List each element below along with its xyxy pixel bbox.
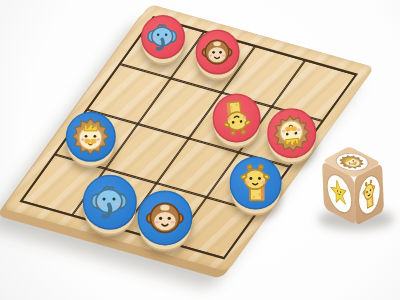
piece-blue-lion[interactable] [65, 112, 115, 162]
animal-die[interactable] [322, 146, 392, 231]
piece-red-elephant[interactable] [141, 15, 185, 59]
piece-blue-giraffe[interactable] [229, 157, 282, 210]
piece-blue-monkey[interactable] [137, 190, 192, 245]
piece-red-lion[interactable] [267, 108, 317, 158]
photo-scene [0, 0, 400, 300]
piece-red-monkey[interactable] [195, 30, 240, 75]
piece-blue-elephant[interactable] [82, 175, 136, 229]
piece-red-giraffe[interactable] [212, 93, 261, 142]
